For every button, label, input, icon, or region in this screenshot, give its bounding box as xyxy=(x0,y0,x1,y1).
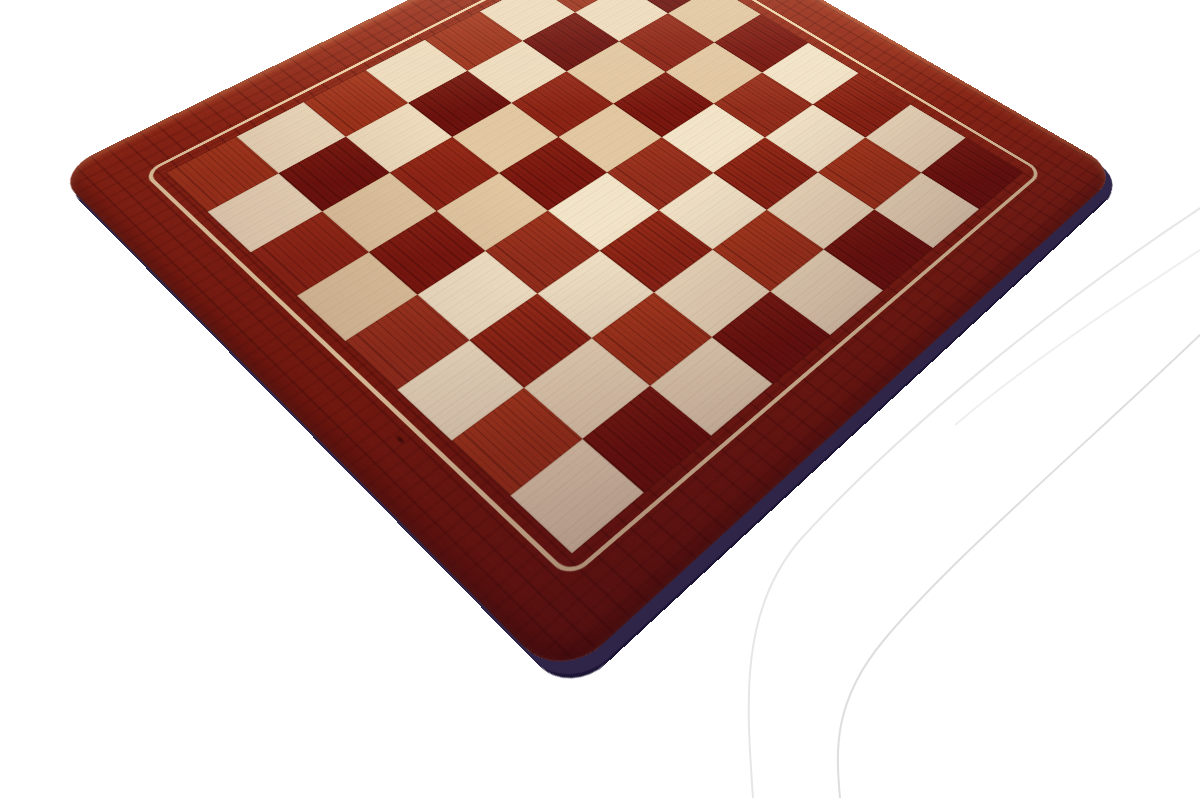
wire-curve-inner xyxy=(838,330,1200,798)
scene xyxy=(0,0,1200,798)
